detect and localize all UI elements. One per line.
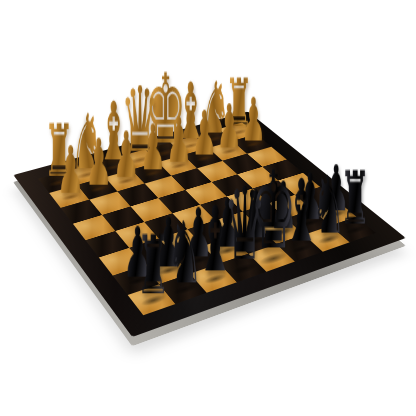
square-c3[interactable] xyxy=(117,184,158,207)
piece-gold-pawn[interactable]: ♟ xyxy=(240,89,266,149)
chess-board: ♜♞♝♛♚♝♞♜♟♟♟♟♟♟♟♟♟♟♟♟♟♟♟♟♜♞♝♛♚♝♞♜ xyxy=(13,112,405,338)
piece-black-rook[interactable]: ♜ xyxy=(135,226,170,307)
piece-gold-pawn[interactable]: ♟ xyxy=(191,102,217,164)
product-photo: ♜♞♝♛♚♝♞♜♟♟♟♟♟♟♟♟♟♟♟♟♟♟♟♟♜♞♝♛♚♝♞♜ xyxy=(0,0,416,416)
chessboard-3d: ♜♞♝♛♚♝♞♜♟♟♟♟♟♟♟♟♟♟♟♟♟♟♟♟♜♞♝♛♚♝♞♜ xyxy=(13,112,405,338)
square-a8[interactable]: ♜ xyxy=(128,284,176,315)
board-scene: ♜♞♝♛♚♝♞♜♟♟♟♟♟♟♟♟♟♟♟♟♟♟♟♟♜♞♝♛♚♝♞♜ xyxy=(56,61,344,349)
piece-gold-pawn[interactable]: ♟ xyxy=(56,137,84,203)
piece-gold-pawn[interactable]: ♟ xyxy=(112,123,139,187)
piece-gold-pawn[interactable]: ♟ xyxy=(139,116,166,179)
piece-gold-pawn[interactable]: ♟ xyxy=(165,109,192,171)
piece-gold-pawn[interactable]: ♟ xyxy=(84,130,112,195)
piece-gold-pawn[interactable]: ♟ xyxy=(216,96,242,157)
piece-black-knight[interactable]: ♞ xyxy=(166,210,203,295)
